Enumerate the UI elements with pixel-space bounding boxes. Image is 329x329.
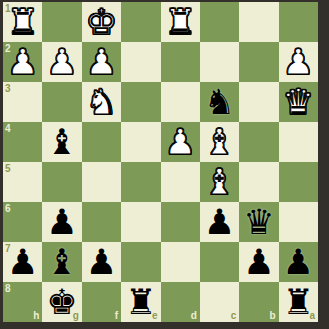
square-d5[interactable] (161, 162, 200, 202)
square-a3[interactable]: ♛ (279, 82, 318, 122)
white-pawn[interactable]: ♟ (164, 122, 195, 162)
rank-label-4: 4 (5, 124, 11, 134)
black-rook[interactable]: ♜ (283, 282, 314, 322)
square-h6[interactable]: 6 (3, 202, 42, 242)
square-b5[interactable] (239, 162, 278, 202)
square-g8[interactable]: g♚ (42, 282, 81, 322)
black-queen[interactable]: ♛ (243, 202, 274, 242)
square-e1[interactable] (121, 2, 160, 42)
white-bishop[interactable]: ♝ (204, 162, 235, 202)
black-pawn[interactable]: ♟ (283, 242, 314, 282)
black-rook[interactable]: ♜ (125, 282, 156, 322)
square-b2[interactable] (239, 42, 278, 82)
square-h1[interactable]: 1♜ (3, 2, 42, 42)
file-label-c: c (231, 311, 237, 321)
square-a2[interactable]: ♟ (279, 42, 318, 82)
white-pawn[interactable]: ♟ (7, 42, 38, 82)
rank-label-8: 8 (5, 284, 11, 294)
chessboard-screenshot: 1♜♚♜2♟♟♟♟3♞♞♛4♝♟♝5♝6♟♟♛7♟♝♟♟♟8hg♚fe♜dcba… (0, 0, 329, 329)
black-pawn[interactable]: ♟ (7, 242, 38, 282)
square-f6[interactable] (82, 202, 121, 242)
rank-label-5: 5 (5, 164, 11, 174)
square-d4[interactable]: ♟ (161, 122, 200, 162)
square-b8[interactable]: b (239, 282, 278, 322)
square-e5[interactable] (121, 162, 160, 202)
square-b1[interactable] (239, 2, 278, 42)
rank-label-6: 6 (5, 204, 11, 214)
square-d3[interactable] (161, 82, 200, 122)
square-f8[interactable]: f (82, 282, 121, 322)
square-c6[interactable]: ♟ (200, 202, 239, 242)
square-c2[interactable] (200, 42, 239, 82)
square-b3[interactable] (239, 82, 278, 122)
square-f3[interactable]: ♞ (82, 82, 121, 122)
square-c3[interactable]: ♞ (200, 82, 239, 122)
white-pawn[interactable]: ♟ (46, 42, 77, 82)
square-g1[interactable] (42, 2, 81, 42)
square-e6[interactable] (121, 202, 160, 242)
square-a4[interactable] (279, 122, 318, 162)
square-a1[interactable] (279, 2, 318, 42)
square-f5[interactable] (82, 162, 121, 202)
black-bishop[interactable]: ♝ (46, 242, 77, 282)
square-h4[interactable]: 4 (3, 122, 42, 162)
square-a6[interactable] (279, 202, 318, 242)
square-f4[interactable] (82, 122, 121, 162)
square-b7[interactable]: ♟ (239, 242, 278, 282)
square-d7[interactable] (161, 242, 200, 282)
square-g2[interactable]: ♟ (42, 42, 81, 82)
square-e3[interactable] (121, 82, 160, 122)
square-c7[interactable] (200, 242, 239, 282)
square-d2[interactable] (161, 42, 200, 82)
white-knight[interactable]: ♞ (86, 82, 117, 122)
white-bishop[interactable]: ♝ (204, 122, 235, 162)
black-pawn[interactable]: ♟ (86, 242, 117, 282)
square-h2[interactable]: 2♟ (3, 42, 42, 82)
white-rook[interactable]: ♜ (7, 2, 38, 42)
square-b6[interactable]: ♛ (239, 202, 278, 242)
chess-board: 1♜♚♜2♟♟♟♟3♞♞♛4♝♟♝5♝6♟♟♛7♟♝♟♟♟8hg♚fe♜dcba… (3, 2, 318, 322)
square-h5[interactable]: 5 (3, 162, 42, 202)
square-c4[interactable]: ♝ (200, 122, 239, 162)
black-king[interactable]: ♚ (46, 282, 77, 322)
file-label-d: d (191, 311, 197, 321)
square-e7[interactable] (121, 242, 160, 282)
square-g3[interactable] (42, 82, 81, 122)
square-c1[interactable] (200, 2, 239, 42)
square-b4[interactable] (239, 122, 278, 162)
square-d6[interactable] (161, 202, 200, 242)
white-queen[interactable]: ♛ (283, 82, 314, 122)
square-g7[interactable]: ♝ (42, 242, 81, 282)
square-h3[interactable]: 3 (3, 82, 42, 122)
square-d1[interactable]: ♜ (161, 2, 200, 42)
square-f2[interactable]: ♟ (82, 42, 121, 82)
square-a8[interactable]: a♜ (279, 282, 318, 322)
square-h8[interactable]: 8h (3, 282, 42, 322)
square-c5[interactable]: ♝ (200, 162, 239, 202)
square-a5[interactable] (279, 162, 318, 202)
black-pawn[interactable]: ♟ (243, 242, 274, 282)
square-f1[interactable]: ♚ (82, 2, 121, 42)
file-label-b: b (270, 311, 276, 321)
square-f7[interactable]: ♟ (82, 242, 121, 282)
white-rook[interactable]: ♜ (164, 2, 195, 42)
square-a7[interactable]: ♟ (279, 242, 318, 282)
white-pawn[interactable]: ♟ (86, 42, 117, 82)
file-label-f: f (115, 311, 118, 321)
white-pawn[interactable]: ♟ (283, 42, 314, 82)
square-e4[interactable] (121, 122, 160, 162)
black-bishop[interactable]: ♝ (46, 122, 77, 162)
rank-label-3: 3 (5, 84, 11, 94)
square-g4[interactable]: ♝ (42, 122, 81, 162)
square-g5[interactable] (42, 162, 81, 202)
black-knight[interactable]: ♞ (204, 82, 235, 122)
square-e2[interactable] (121, 42, 160, 82)
square-h7[interactable]: 7♟ (3, 242, 42, 282)
square-c8[interactable]: c (200, 282, 239, 322)
black-pawn[interactable]: ♟ (204, 202, 235, 242)
black-pawn[interactable]: ♟ (46, 202, 77, 242)
white-king[interactable]: ♚ (86, 2, 117, 42)
square-e8[interactable]: e♜ (121, 282, 160, 322)
square-g6[interactable]: ♟ (42, 202, 81, 242)
square-d8[interactable]: d (161, 282, 200, 322)
file-label-h: h (33, 311, 39, 321)
